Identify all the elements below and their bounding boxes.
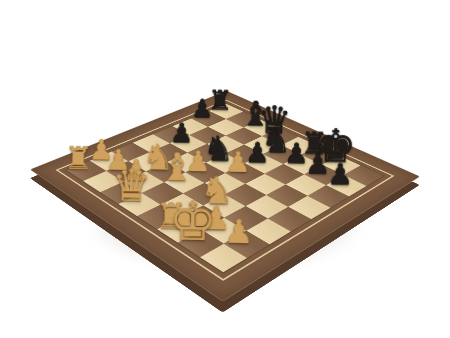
scene: ♜♝♛♜♚♟♞♟♟♟♟♟♞♟♟♞♝♞♟♟♟♟♟♜♛♜♚ <box>85 33 366 314</box>
piece-black-pawn: ♟ <box>327 160 353 189</box>
piece-white-pawn: ♟ <box>224 216 254 249</box>
piece-white-bishop: ♝ <box>160 148 195 187</box>
board-field: ♜♝♛♜♚♟♞♟♟♟♟♟♞♟♟♞♝♞♟♟♟♟♟♜♛♜♚ <box>67 104 384 273</box>
piece-white-rook: ♜ <box>65 142 94 174</box>
photo-stage: ♜♝♛♜♚♟♞♟♟♟♟♟♞♟♟♞♝♞♟♟♟♟♟♜♛♜♚ <box>0 0 450 338</box>
piece-black-pawn: ♟ <box>191 96 214 121</box>
piece-white-queen: ♛ <box>112 164 152 209</box>
piece-white-king: ♚ <box>169 194 218 248</box>
